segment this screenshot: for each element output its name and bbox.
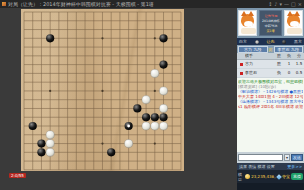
quick-link[interactable]: 设置 — [266, 164, 275, 169]
black-player-label: 黑方 — [294, 39, 302, 44]
results-header: 棋手胜负分 — [237, 53, 304, 60]
white-stone — [125, 139, 133, 147]
white-stone — [159, 87, 167, 95]
currency-bar: 棋豆 23,235,436,366 夺宝 充值 — [237, 170, 304, 183]
white-player-avatar[interactable] — [238, 10, 257, 36]
avatar-caption — [241, 28, 256, 34]
quick-link[interactable]: 表情 — [247, 164, 256, 169]
black-stone — [159, 113, 167, 121]
black-stone — [142, 113, 150, 121]
game-info-line: 2014财神杯 — [262, 19, 279, 23]
player-color-bar: 白方 让先 黑方 — [237, 38, 304, 45]
minimize-icon[interactable]: — — [284, 1, 289, 7]
results-header-cell: 棋手 — [245, 53, 274, 59]
white-player-label: 白方 — [239, 39, 247, 44]
white-stone — [159, 104, 167, 112]
chat-messages[interactable]: 欢迎光临天极围棋对局室，祝您观棋愉快[棋谱浏览] (10秒/步)《解说棋谱》－1… — [237, 78, 304, 152]
move-timer-badge: 2:0/55 — [9, 173, 26, 178]
results-header-cell: 负 — [284, 53, 294, 59]
white-stone-icon — [255, 40, 259, 44]
coin-amount: 23,235,436,366 — [251, 174, 276, 179]
go-client-window: 对局（让先）：2014年财神杯中韩围棋对抗赛 - 天极围棋 - 第1谱 ↕♪▾—… — [0, 0, 304, 190]
quick-links-row: 清屏 表情 棋谱 设置 更多>> — [237, 163, 304, 170]
more-link[interactable]: 更多>> — [287, 164, 302, 169]
white-stone — [142, 122, 150, 130]
game-info-box: 让先对局2014财神杯中韩对抗第1谱 — [259, 10, 282, 36]
coin-label: 棋豆 — [238, 172, 244, 182]
recharge-button[interactable]: 充值 — [291, 173, 303, 180]
maximize-icon[interactable]: □ — [291, 1, 296, 7]
fox-muzzle — [290, 21, 299, 27]
window-title: 对局（让先）：2014年财神杯中韩围棋对抗赛 - 天极围棋 - 第1谱 — [8, 0, 266, 8]
black-stone — [159, 34, 167, 42]
chat-input-row: ▾ 发送 — [237, 152, 304, 163]
results-table: 棋手胜负分 古力胜11.5李世石负00.5 — [237, 53, 304, 78]
black-stone — [133, 104, 141, 112]
results-row[interactable]: 李世石负00.5 — [237, 69, 304, 78]
white-stone — [46, 139, 54, 147]
footer-strip — [237, 183, 304, 190]
black-stone — [151, 113, 159, 121]
emoji-button[interactable]: ▾ — [284, 154, 290, 161]
avatar-caption — [287, 28, 302, 34]
chat-line: s1 精彩棋评 2回1名 4目半棋谱 欢迎观看 >>> — [238, 104, 303, 109]
white-stone — [46, 148, 54, 156]
flag-icon — [240, 72, 243, 75]
sound-icon[interactable]: ♪ — [274, 1, 277, 7]
game-info-line: 中韩对抗 — [264, 24, 277, 28]
player-name-plates: 古力 九段 对 李世石 九段 — [237, 45, 304, 53]
white-player-name[interactable]: 古力 九段 — [238, 46, 268, 53]
fox-muzzle — [244, 21, 253, 27]
white-stone — [159, 122, 167, 130]
treasure-link[interactable]: 夺宝 — [282, 174, 290, 179]
black-stone-icon — [282, 40, 286, 44]
handicap-label: 让先 — [267, 39, 275, 44]
versus-label: 对 — [269, 47, 273, 52]
white-stone — [142, 96, 150, 104]
black-stone — [107, 148, 115, 156]
avatar-row: 让先对局2014财神杯中韩对抗第1谱 — [237, 8, 304, 38]
white-stone — [151, 122, 159, 130]
send-button[interactable]: 发送 — [291, 154, 303, 161]
game-info-line: 第1谱 — [266, 29, 274, 33]
quick-link[interactable]: 棋谱 — [256, 164, 265, 169]
white-stone — [151, 69, 159, 77]
results-header-cell: 胜 — [274, 53, 284, 59]
black-stone — [29, 122, 37, 130]
diamond-icon — [276, 174, 282, 180]
network-icon[interactable]: ↕ — [268, 1, 272, 7]
app-icon — [2, 2, 6, 6]
results-row[interactable]: 古力胜11.5 — [237, 60, 304, 69]
chat-input[interactable] — [238, 154, 283, 161]
results-header-cell: 分 — [294, 53, 304, 59]
go-board[interactable] — [21, 9, 184, 171]
window-controls: ↕♪▾—□× — [268, 1, 302, 7]
black-stone — [159, 61, 167, 69]
black-player-name[interactable]: 李世石 九段 — [274, 46, 304, 53]
black-player-avatar[interactable] — [284, 10, 303, 36]
close-icon[interactable]: × — [298, 1, 302, 7]
white-stone — [46, 131, 54, 139]
side-panel: 让先对局2014财神杯中韩对抗第1谱 白方 让先 黑方 古力 九段 对 李世石 … — [237, 8, 304, 190]
options-icon[interactable]: ▾ — [280, 1, 283, 7]
black-stone — [37, 148, 45, 156]
coin-icon — [245, 174, 250, 179]
flag-icon — [240, 63, 243, 66]
quick-link[interactable]: 清屏 — [239, 164, 247, 169]
title-bar: 对局（让先）：2014年财神杯中韩围棋对抗赛 - 天极围棋 - 第1谱 ↕♪▾—… — [0, 0, 304, 8]
results-header-cell — [237, 53, 245, 59]
last-move-marker — [127, 125, 130, 128]
board-grid — [21, 9, 184, 171]
black-stone — [37, 139, 45, 147]
game-info-line: 让先对局 — [264, 14, 277, 18]
black-stone — [46, 34, 54, 42]
